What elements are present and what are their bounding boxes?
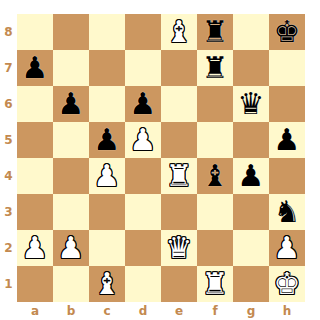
file-label-g: g xyxy=(233,302,269,319)
square-e3[interactable] xyxy=(161,194,197,230)
square-g8[interactable] xyxy=(233,14,269,50)
square-h4[interactable] xyxy=(269,158,305,194)
square-a7[interactable]: ♟ xyxy=(17,50,53,86)
chess-diagram: 87654321 ♝♜♚♟♜♟♟♛♟♟♟♟♜♝♟♞♟♟♛♟♝♜♚ abcdefg… xyxy=(0,0,320,320)
square-h7[interactable] xyxy=(269,50,305,86)
square-e5[interactable] xyxy=(161,122,197,158)
black-queen[interactable]: ♛ xyxy=(238,86,265,122)
rank-labels: 87654321 xyxy=(0,14,17,302)
square-h1[interactable]: ♚ xyxy=(269,266,305,302)
square-a5[interactable] xyxy=(17,122,53,158)
square-h8[interactable]: ♚ xyxy=(269,14,305,50)
black-knight[interactable]: ♞ xyxy=(274,194,301,230)
file-label-e: e xyxy=(161,302,197,319)
square-d7[interactable] xyxy=(125,50,161,86)
square-a6[interactable] xyxy=(17,86,53,122)
file-label-b: b xyxy=(53,302,89,319)
square-g1[interactable] xyxy=(233,266,269,302)
white-queen[interactable]: ♛ xyxy=(166,230,193,266)
square-g2[interactable] xyxy=(233,230,269,266)
white-pawn[interactable]: ♟ xyxy=(94,158,121,194)
square-g5[interactable] xyxy=(233,122,269,158)
rank-label-4: 4 xyxy=(0,158,17,194)
square-e7[interactable] xyxy=(161,50,197,86)
square-h3[interactable]: ♞ xyxy=(269,194,305,230)
square-c2[interactable] xyxy=(89,230,125,266)
square-a8[interactable] xyxy=(17,14,53,50)
square-h2[interactable]: ♟ xyxy=(269,230,305,266)
square-c4[interactable]: ♟ xyxy=(89,158,125,194)
white-bishop[interactable]: ♝ xyxy=(94,266,121,302)
square-f8[interactable]: ♜ xyxy=(197,14,233,50)
white-king[interactable]: ♚ xyxy=(274,266,301,302)
square-b6[interactable]: ♟ xyxy=(53,86,89,122)
file-label-d: d xyxy=(125,302,161,319)
square-f3[interactable] xyxy=(197,194,233,230)
black-pawn[interactable]: ♟ xyxy=(22,50,49,86)
square-d4[interactable] xyxy=(125,158,161,194)
black-pawn[interactable]: ♟ xyxy=(94,122,121,158)
rank-label-7: 7 xyxy=(0,50,17,86)
square-b4[interactable] xyxy=(53,158,89,194)
rank-label-8: 8 xyxy=(0,14,17,50)
square-f1[interactable]: ♜ xyxy=(197,266,233,302)
white-pawn[interactable]: ♟ xyxy=(22,230,49,266)
square-f5[interactable] xyxy=(197,122,233,158)
rank-label-3: 3 xyxy=(0,194,17,230)
black-rook[interactable]: ♜ xyxy=(202,14,229,50)
square-f6[interactable] xyxy=(197,86,233,122)
square-a2[interactable]: ♟ xyxy=(17,230,53,266)
square-d2[interactable] xyxy=(125,230,161,266)
square-f4[interactable]: ♝ xyxy=(197,158,233,194)
square-b8[interactable] xyxy=(53,14,89,50)
square-c7[interactable] xyxy=(89,50,125,86)
square-b7[interactable] xyxy=(53,50,89,86)
square-e6[interactable] xyxy=(161,86,197,122)
square-b5[interactable] xyxy=(53,122,89,158)
white-bishop[interactable]: ♝ xyxy=(166,14,193,50)
square-g6[interactable]: ♛ xyxy=(233,86,269,122)
file-label-f: f xyxy=(197,302,233,319)
square-e1[interactable] xyxy=(161,266,197,302)
chess-board[interactable]: ♝♜♚♟♜♟♟♛♟♟♟♟♜♝♟♞♟♟♛♟♝♜♚ xyxy=(17,14,305,302)
square-f7[interactable]: ♜ xyxy=(197,50,233,86)
file-label-c: c xyxy=(89,302,125,319)
square-c6[interactable] xyxy=(89,86,125,122)
square-b3[interactable] xyxy=(53,194,89,230)
file-labels: abcdefgh xyxy=(17,302,305,319)
square-g3[interactable] xyxy=(233,194,269,230)
rank-label-6: 6 xyxy=(0,86,17,122)
black-pawn[interactable]: ♟ xyxy=(238,158,265,194)
rank-label-5: 5 xyxy=(0,122,17,158)
square-a3[interactable] xyxy=(17,194,53,230)
square-c1[interactable]: ♝ xyxy=(89,266,125,302)
white-rook[interactable]: ♜ xyxy=(166,158,193,194)
square-e2[interactable]: ♛ xyxy=(161,230,197,266)
square-g4[interactable]: ♟ xyxy=(233,158,269,194)
black-pawn[interactable]: ♟ xyxy=(130,86,157,122)
square-d5[interactable]: ♟ xyxy=(125,122,161,158)
square-c5[interactable]: ♟ xyxy=(89,122,125,158)
square-h6[interactable] xyxy=(269,86,305,122)
white-pawn[interactable]: ♟ xyxy=(58,230,85,266)
file-label-a: a xyxy=(17,302,53,319)
white-pawn[interactable]: ♟ xyxy=(274,230,301,266)
square-d8[interactable] xyxy=(125,14,161,50)
square-d3[interactable] xyxy=(125,194,161,230)
square-d1[interactable] xyxy=(125,266,161,302)
square-a1[interactable] xyxy=(17,266,53,302)
square-g7[interactable] xyxy=(233,50,269,86)
white-rook[interactable]: ♜ xyxy=(202,266,229,302)
square-d6[interactable]: ♟ xyxy=(125,86,161,122)
black-pawn[interactable]: ♟ xyxy=(58,86,85,122)
square-e4[interactable]: ♜ xyxy=(161,158,197,194)
square-c8[interactable] xyxy=(89,14,125,50)
black-king[interactable]: ♚ xyxy=(274,14,301,50)
square-b2[interactable]: ♟ xyxy=(53,230,89,266)
rank-label-1: 1 xyxy=(0,266,17,302)
square-h5[interactable]: ♟ xyxy=(269,122,305,158)
square-c3[interactable] xyxy=(89,194,125,230)
black-rook[interactable]: ♜ xyxy=(202,50,229,86)
square-b1[interactable] xyxy=(53,266,89,302)
file-label-h: h xyxy=(269,302,305,319)
black-pawn[interactable]: ♟ xyxy=(274,122,301,158)
square-f2[interactable] xyxy=(197,230,233,266)
rank-label-2: 2 xyxy=(0,230,17,266)
black-bishop[interactable]: ♝ xyxy=(202,158,229,194)
white-pawn[interactable]: ♟ xyxy=(130,122,157,158)
square-a4[interactable] xyxy=(17,158,53,194)
square-e8[interactable]: ♝ xyxy=(161,14,197,50)
